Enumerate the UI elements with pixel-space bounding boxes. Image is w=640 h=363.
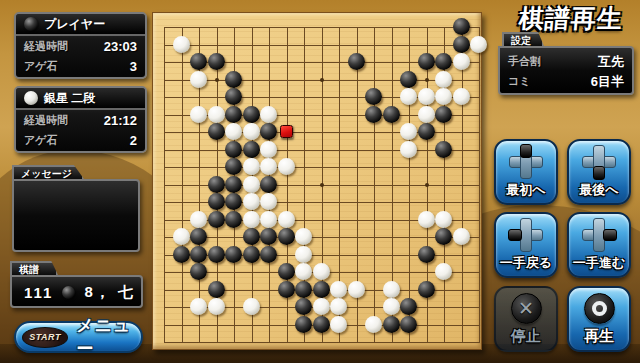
kifu-current-move: 111 8， 七 (12, 277, 141, 302)
black-stone (208, 123, 225, 140)
settings-box: 手合割 互先 コミ 6目半 (498, 46, 634, 95)
captures-row: アゲ石 3 (16, 56, 145, 76)
button-label: 最初へ (506, 181, 545, 199)
play-circle-icon (584, 293, 615, 324)
black-stone (278, 228, 295, 245)
black-stone (208, 281, 225, 298)
captures-label: アゲ石 (24, 59, 58, 74)
white-stone (383, 298, 400, 315)
kifu-move-number: 111 (24, 284, 53, 301)
forward-one-move-button[interactable]: 一手進む (567, 212, 631, 278)
kifu-stone-icon (62, 286, 75, 299)
black-stone (453, 18, 470, 35)
white-stone (260, 211, 277, 228)
black-stone (435, 53, 452, 70)
captures-label: アゲ石 (24, 133, 58, 148)
handicap-label: 手合割 (508, 54, 541, 69)
black-stone (295, 281, 312, 298)
kifu-coord: 8， 七 (84, 283, 135, 302)
elapsed-time-row: 経過時間 23:03 (16, 36, 145, 56)
button-label: 再生 (584, 327, 614, 346)
white-stone (383, 281, 400, 298)
white-stone (225, 123, 242, 140)
black-stone (295, 316, 312, 333)
white-stone (278, 158, 295, 175)
message-tab: メッセージ (12, 165, 84, 179)
white-stone (330, 298, 347, 315)
black-stone (190, 228, 207, 245)
white-stone (173, 36, 190, 53)
komi-label: コミ (508, 74, 531, 89)
player-header: プレイヤー (16, 14, 145, 36)
elapsed-time-row: 経過時間 21:12 (16, 110, 145, 130)
dpad-up-icon (509, 145, 543, 179)
dpad-right-icon (582, 218, 616, 252)
white-stone (243, 158, 260, 175)
start-badge: START (22, 327, 68, 348)
black-stone (225, 88, 242, 105)
black-stone (208, 176, 225, 193)
black-stone (400, 298, 417, 315)
black-stone (365, 106, 382, 123)
white-stone (400, 123, 417, 140)
x-circle-icon: ✕ (511, 293, 542, 324)
white-stone (278, 211, 295, 228)
white-stone (435, 263, 452, 280)
black-stone (190, 246, 207, 263)
black-stone (260, 123, 277, 140)
black-stone (225, 176, 242, 193)
white-stone (243, 176, 260, 193)
stop-button: ✕ 停止 (494, 286, 558, 352)
black-stone (383, 106, 400, 123)
white-stone-icon (24, 91, 38, 105)
black-stone (243, 106, 260, 123)
black-stone (225, 158, 242, 175)
black-stone (208, 211, 225, 228)
white-stone (330, 316, 347, 333)
black-stone (383, 316, 400, 333)
black-stone (208, 193, 225, 210)
black-stone (348, 53, 365, 70)
white-stone (400, 141, 417, 158)
handicap-value: 互先 (598, 53, 624, 71)
white-stone (173, 228, 190, 245)
white-stone (208, 298, 225, 315)
white-stone (260, 141, 277, 158)
go-to-end-button[interactable]: 最後へ (567, 139, 631, 205)
komi-row: コミ 6目半 (500, 71, 632, 91)
white-stone (348, 281, 365, 298)
back-one-move-button[interactable]: 一手戻る (494, 212, 558, 278)
message-box (12, 179, 140, 252)
black-stone-icon (24, 17, 38, 31)
white-stone (260, 106, 277, 123)
black-stone (260, 246, 277, 263)
black-stone (278, 263, 295, 280)
white-stone (313, 263, 330, 280)
dpad-down-icon (582, 145, 616, 179)
black-stone (208, 53, 225, 70)
play-button[interactable]: 再生 (567, 286, 631, 352)
white-stone (365, 316, 382, 333)
black-stone (278, 281, 295, 298)
settings-tab: 設定 (502, 32, 544, 46)
black-stone (418, 246, 435, 263)
captures-value: 2 (130, 133, 137, 148)
go-to-start-button[interactable]: 最初へ (494, 139, 558, 205)
white-stone (435, 88, 452, 105)
button-label: 一手進む (573, 254, 625, 272)
handicap-row: 手合割 互先 (500, 51, 632, 71)
komi-value: 6目半 (591, 73, 624, 91)
dpad-left-icon (509, 218, 543, 252)
black-stone (435, 228, 452, 245)
button-label: 停止 (511, 327, 541, 346)
black-stone (313, 316, 330, 333)
menu-button-label: メニュー (76, 314, 141, 360)
player-name: プレイヤー (44, 16, 105, 33)
kifu-box: 111 8， 七 (10, 275, 143, 308)
black-stone (453, 36, 470, 53)
kifu-tab: 棋譜 (10, 261, 58, 275)
white-stone (400, 88, 417, 105)
button-label: 最後へ (579, 181, 618, 199)
player-panel-black: プレイヤー 経過時間 23:03 アゲ石 3 (14, 12, 147, 79)
black-stone (365, 88, 382, 105)
white-stone (330, 281, 347, 298)
black-stone (400, 71, 417, 88)
black-stone (435, 106, 452, 123)
white-stone (435, 71, 452, 88)
white-stone (418, 211, 435, 228)
white-stone (243, 211, 260, 228)
white-stone (295, 246, 312, 263)
black-stone (260, 228, 277, 245)
white-stone (243, 123, 260, 140)
black-stone (225, 71, 242, 88)
white-stone (418, 88, 435, 105)
white-stone (453, 53, 470, 70)
black-stone (295, 298, 312, 315)
black-stone (243, 141, 260, 158)
black-stone (173, 246, 190, 263)
white-stone (190, 211, 207, 228)
black-stone (190, 53, 207, 70)
captures-value: 3 (130, 59, 137, 74)
black-stone (225, 106, 242, 123)
white-stone (260, 193, 277, 210)
player-panel-white: 銀星 二段 経過時間 21:12 アゲ石 2 (14, 86, 147, 153)
white-stone (295, 228, 312, 245)
black-stone (190, 263, 207, 280)
black-stone (243, 246, 260, 263)
white-stone (190, 71, 207, 88)
white-stone (243, 298, 260, 315)
black-stone (400, 316, 417, 333)
black-stone (418, 281, 435, 298)
elapsed-time-value: 23:03 (104, 39, 137, 54)
black-stone (208, 246, 225, 263)
menu-button[interactable]: START メニュー (14, 321, 143, 353)
black-stone (260, 176, 277, 193)
black-stone (313, 281, 330, 298)
white-stone (313, 298, 330, 315)
white-stone (190, 106, 207, 123)
kifu-replay-screen: プレイヤー 経過時間 23:03 アゲ石 3 銀星 二段 経過時間 21:12 … (0, 0, 640, 363)
page-title: 棋譜再生 (501, 2, 640, 35)
go-board[interactable] (152, 12, 482, 350)
white-stone (190, 298, 207, 315)
black-stone (243, 228, 260, 245)
black-stone (435, 141, 452, 158)
black-stone (225, 246, 242, 263)
black-stone (225, 211, 242, 228)
white-stone (435, 211, 452, 228)
player-header: 銀星 二段 (16, 88, 145, 110)
elapsed-time-label: 経過時間 (24, 113, 68, 128)
black-stone (418, 123, 435, 140)
white-stone (453, 88, 470, 105)
elapsed-time-value: 21:12 (104, 113, 137, 128)
white-stone (243, 193, 260, 210)
captures-row: アゲ石 2 (16, 130, 145, 150)
white-stone (295, 263, 312, 280)
button-label: 一手戻る (500, 254, 552, 272)
elapsed-time-label: 経過時間 (24, 39, 68, 54)
white-stone (453, 228, 470, 245)
player-name: 銀星 二段 (44, 90, 95, 107)
black-stone (418, 53, 435, 70)
white-stone (260, 158, 277, 175)
black-stone (225, 141, 242, 158)
black-stone (225, 193, 242, 210)
white-stone (470, 36, 487, 53)
white-stone (418, 106, 435, 123)
white-stone (208, 106, 225, 123)
current-move-marker (280, 125, 293, 138)
